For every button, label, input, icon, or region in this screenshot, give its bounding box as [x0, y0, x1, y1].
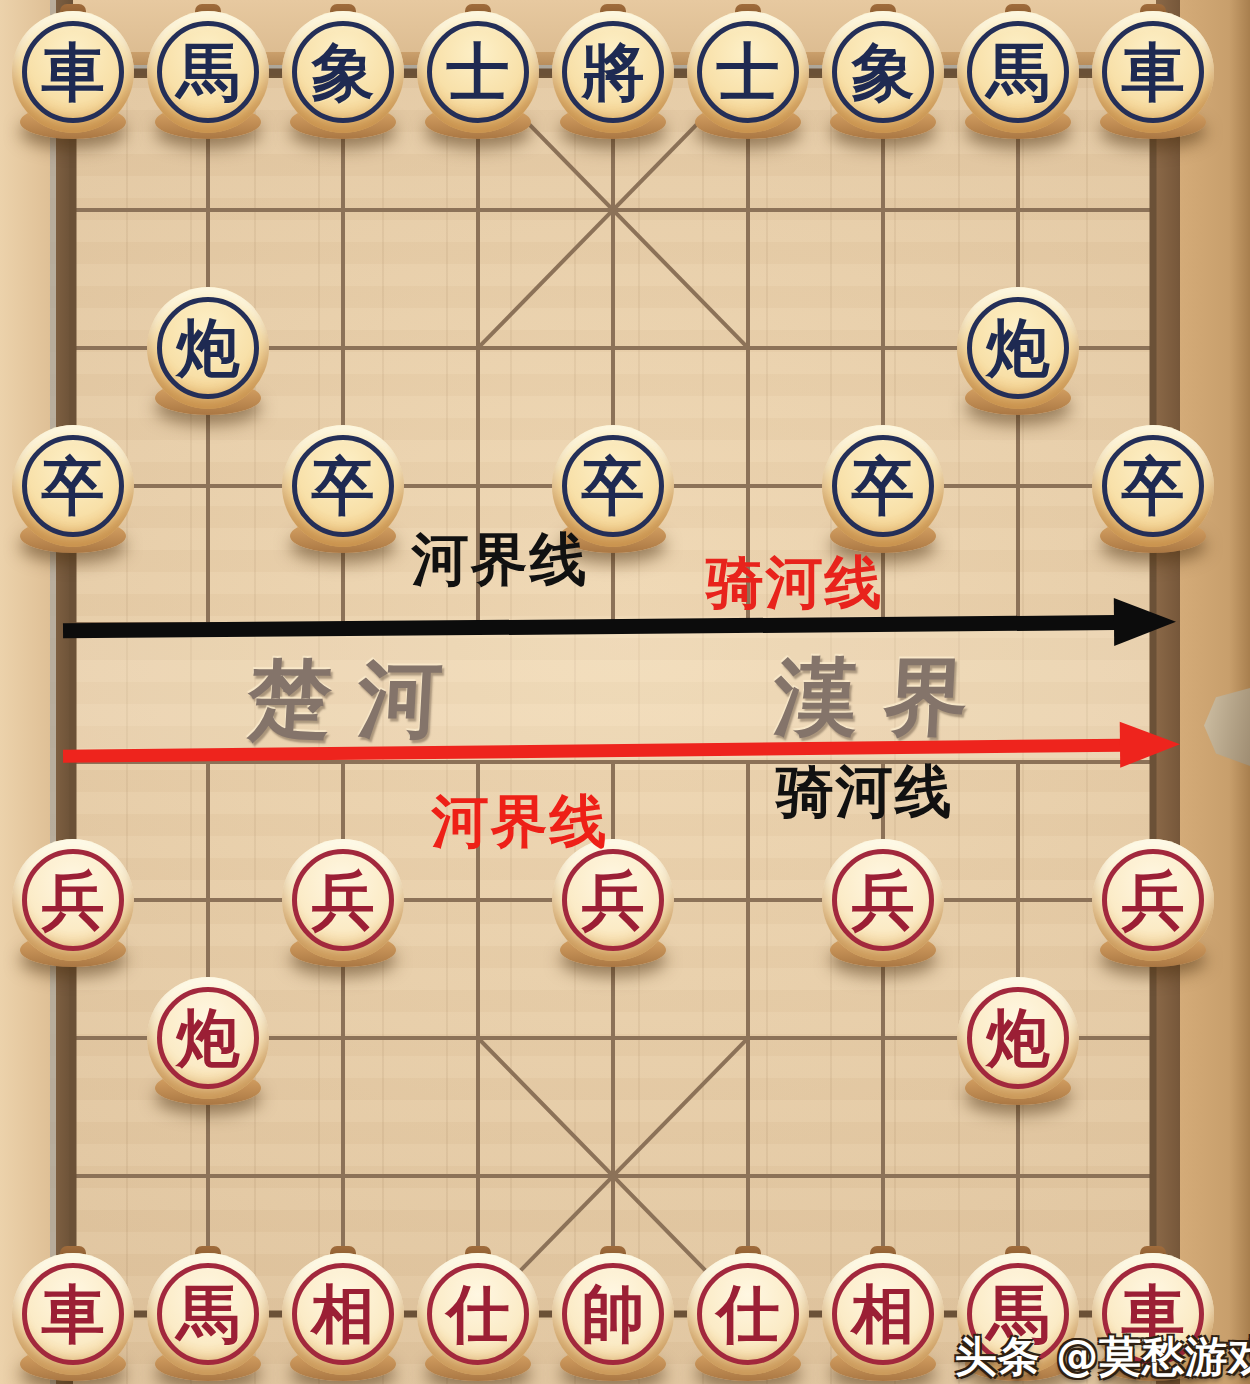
piece-black-soldier[interactable]: 卒 — [282, 425, 404, 547]
piece-character: 相 — [312, 1283, 375, 1346]
piece-disc: 將 — [552, 11, 674, 133]
piece-disc: 車 — [12, 1253, 134, 1375]
piece-disc: 卒 — [822, 425, 944, 547]
piece-ring: 兵 — [832, 849, 934, 951]
piece-red-soldier[interactable]: 兵 — [822, 839, 944, 961]
piece-black-cannon[interactable]: 炮 — [147, 287, 269, 409]
piece-character: 炮 — [987, 317, 1050, 380]
piece-ring: 馬 — [157, 1263, 259, 1365]
piece-ring: 炮 — [967, 297, 1069, 399]
piece-black-horse[interactable]: 馬 — [147, 11, 269, 133]
piece-character: 仕 — [717, 1283, 780, 1346]
piece-character: 兵 — [42, 869, 105, 932]
piece-character: 卒 — [852, 455, 915, 518]
piece-ring: 炮 — [967, 987, 1069, 1089]
piece-character: 車 — [42, 41, 105, 104]
piece-disc: 士 — [417, 11, 539, 133]
piece-disc: 馬 — [957, 11, 1079, 133]
piece-ring: 將 — [562, 21, 664, 123]
piece-black-soldier[interactable]: 卒 — [822, 425, 944, 547]
piece-disc: 士 — [687, 11, 809, 133]
label-riding-river-red: 骑河线 — [707, 545, 884, 622]
upper-river-arrow-shaft — [63, 615, 1116, 638]
watermark: 头条 @莫愁游戏 — [955, 1329, 1250, 1384]
xiangqi-board: 楚河 漢界 車馬象士將士象馬車炮炮卒卒卒卒卒兵兵兵兵兵炮炮車馬相仕帥仕相馬車 河… — [0, 0, 1250, 1384]
piece-ring: 卒 — [1102, 435, 1204, 537]
piece-disc: 帥 — [552, 1253, 674, 1375]
piece-ring: 馬 — [967, 21, 1069, 123]
piece-ring: 兵 — [292, 849, 394, 951]
piece-disc: 兵 — [1092, 839, 1214, 961]
piece-red-cannon[interactable]: 炮 — [957, 977, 1079, 1099]
piece-ring: 炮 — [157, 987, 259, 1089]
piece-ring: 仕 — [697, 1263, 799, 1365]
piece-character: 仕 — [447, 1283, 510, 1346]
piece-disc: 相 — [822, 1253, 944, 1375]
piece-black-soldier[interactable]: 卒 — [1092, 425, 1214, 547]
piece-black-general[interactable]: 將 — [552, 11, 674, 133]
piece-character: 象 — [312, 41, 375, 104]
piece-red-horse[interactable]: 馬 — [147, 1253, 269, 1375]
piece-disc: 車 — [12, 11, 134, 133]
piece-ring: 卒 — [832, 435, 934, 537]
piece-character: 相 — [852, 1283, 915, 1346]
piece-character: 兵 — [582, 869, 645, 932]
piece-disc: 炮 — [957, 287, 1079, 409]
piece-disc: 炮 — [957, 977, 1079, 1099]
piece-black-advisor[interactable]: 士 — [417, 11, 539, 133]
piece-red-advisor[interactable]: 仕 — [417, 1253, 539, 1375]
label-river-boundary-black: 河界线 — [412, 522, 589, 599]
piece-black-advisor[interactable]: 士 — [687, 11, 809, 133]
piece-black-cannon[interactable]: 炮 — [957, 287, 1079, 409]
piece-character: 兵 — [1122, 869, 1185, 932]
piece-character: 兵 — [852, 869, 915, 932]
piece-character: 馬 — [177, 1283, 240, 1346]
piece-character: 象 — [852, 41, 915, 104]
piece-red-advisor[interactable]: 仕 — [687, 1253, 809, 1375]
piece-red-cannon[interactable]: 炮 — [147, 977, 269, 1099]
piece-disc: 仕 — [687, 1253, 809, 1375]
piece-disc: 卒 — [282, 425, 404, 547]
piece-ring: 車 — [22, 21, 124, 123]
piece-ring: 象 — [292, 21, 394, 123]
piece-ring: 車 — [1102, 21, 1204, 123]
piece-disc: 卒 — [12, 425, 134, 547]
piece-character: 士 — [717, 41, 780, 104]
piece-ring: 帥 — [562, 1263, 664, 1365]
piece-ring: 馬 — [157, 21, 259, 123]
piece-character: 將 — [582, 41, 645, 104]
piece-ring: 象 — [832, 21, 934, 123]
lower-river-arrow-shaft — [63, 739, 1122, 763]
piece-red-general[interactable]: 帥 — [552, 1253, 674, 1375]
piece-character: 卒 — [42, 455, 105, 518]
piece-ring: 兵 — [562, 849, 664, 951]
piece-ring: 兵 — [22, 849, 124, 951]
piece-character: 炮 — [987, 1007, 1050, 1070]
piece-disc: 兵 — [822, 839, 944, 961]
piece-red-soldier[interactable]: 兵 — [12, 839, 134, 961]
piece-black-horse[interactable]: 馬 — [957, 11, 1079, 133]
piece-disc: 象 — [282, 11, 404, 133]
piece-red-soldier[interactable]: 兵 — [282, 839, 404, 961]
piece-disc: 馬 — [147, 11, 269, 133]
piece-character: 卒 — [1122, 455, 1185, 518]
piece-ring: 炮 — [157, 297, 259, 399]
piece-black-elephant[interactable]: 象 — [822, 11, 944, 133]
piece-character: 馬 — [987, 41, 1050, 104]
piece-ring: 兵 — [1102, 849, 1204, 951]
piece-ring: 相 — [292, 1263, 394, 1365]
piece-character: 兵 — [312, 869, 375, 932]
piece-character: 炮 — [177, 1007, 240, 1070]
piece-black-chariot[interactable]: 車 — [12, 11, 134, 133]
label-river-boundary-red: 河界线 — [432, 784, 609, 861]
piece-character: 卒 — [312, 455, 375, 518]
piece-disc: 兵 — [282, 839, 404, 961]
piece-disc: 炮 — [147, 287, 269, 409]
piece-character: 卒 — [582, 455, 645, 518]
piece-character: 帥 — [582, 1283, 645, 1346]
piece-disc: 兵 — [12, 839, 134, 961]
piece-black-elephant[interactable]: 象 — [282, 11, 404, 133]
piece-character: 士 — [447, 41, 510, 104]
piece-red-soldier[interactable]: 兵 — [1092, 839, 1214, 961]
upper-river-arrowhead-icon — [1114, 598, 1176, 646]
piece-ring: 士 — [697, 21, 799, 123]
piece-character: 炮 — [177, 317, 240, 380]
piece-disc: 相 — [282, 1253, 404, 1375]
piece-disc: 卒 — [1092, 425, 1214, 547]
piece-ring: 相 — [832, 1263, 934, 1365]
piece-red-elephant[interactable]: 相 — [822, 1253, 944, 1375]
piece-ring: 卒 — [22, 435, 124, 537]
upper-river-arrow — [63, 598, 1176, 655]
piece-character: 車 — [42, 1283, 105, 1346]
piece-red-chariot[interactable]: 車 — [12, 1253, 134, 1375]
piece-ring: 仕 — [427, 1263, 529, 1365]
label-riding-river-black: 骑河线 — [777, 754, 954, 831]
lower-river-arrowhead-icon — [1120, 721, 1180, 768]
piece-disc: 象 — [822, 11, 944, 133]
piece-disc: 馬 — [147, 1253, 269, 1375]
piece-black-soldier[interactable]: 卒 — [12, 425, 134, 547]
piece-disc: 炮 — [147, 977, 269, 1099]
piece-character: 車 — [1122, 41, 1185, 104]
piece-disc: 車 — [1092, 11, 1214, 133]
piece-black-chariot[interactable]: 車 — [1092, 11, 1214, 133]
piece-ring: 士 — [427, 21, 529, 123]
board-grid — [0, 0, 1250, 1384]
piece-character: 馬 — [177, 41, 240, 104]
piece-ring: 卒 — [292, 435, 394, 537]
piece-ring: 車 — [22, 1263, 124, 1365]
piece-disc: 仕 — [417, 1253, 539, 1375]
piece-red-elephant[interactable]: 相 — [282, 1253, 404, 1375]
